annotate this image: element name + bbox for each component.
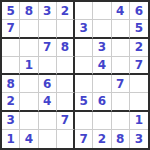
given-digit: 8 (61, 40, 69, 54)
cell-r2c8-given[interactable]: 5 (130, 20, 148, 38)
given-digit: 4 (116, 4, 124, 18)
cell-r1c4-given[interactable]: 2 (57, 2, 75, 20)
cell-r2c5-given[interactable]: 3 (75, 20, 93, 38)
cell-r1c8-given[interactable]: 6 (130, 2, 148, 20)
cell-r4c4-empty[interactable] (57, 57, 75, 75)
cell-r2c2-empty[interactable] (20, 20, 38, 38)
cell-r7c8-given[interactable]: 1 (130, 112, 148, 130)
cell-r4c6-given[interactable]: 4 (93, 57, 111, 75)
cell-r6c8-empty[interactable] (130, 93, 148, 111)
given-digit: 2 (135, 40, 143, 54)
cell-r6c4-empty[interactable] (57, 93, 75, 111)
given-digit: 7 (79, 132, 87, 146)
cell-r6c1-given[interactable]: 2 (2, 93, 20, 111)
cell-r2c3-empty[interactable] (39, 20, 57, 38)
cell-r6c3-given[interactable]: 4 (39, 93, 57, 111)
given-digit: 6 (98, 94, 106, 108)
cell-r5c8-empty[interactable] (130, 75, 148, 93)
cell-r7c6-empty[interactable] (93, 112, 111, 130)
cell-r3c4-given[interactable]: 8 (57, 39, 75, 57)
cell-r3c5-empty[interactable] (75, 39, 93, 57)
cell-r8c4-empty[interactable] (57, 130, 75, 148)
given-digit: 4 (98, 58, 106, 72)
cell-r5c5-empty[interactable] (75, 75, 93, 93)
given-digit: 1 (6, 132, 14, 146)
given-digit: 3 (79, 21, 87, 35)
cell-r5c6-empty[interactable] (93, 75, 111, 93)
given-digit: 7 (43, 40, 51, 54)
given-digit: 8 (116, 132, 124, 146)
cell-r5c4-empty[interactable] (57, 75, 75, 93)
cell-r5c7-given[interactable]: 7 (112, 75, 130, 93)
cell-r4c7-empty[interactable] (112, 57, 130, 75)
given-digit: 7 (116, 77, 124, 91)
cell-r7c2-empty[interactable] (20, 112, 38, 130)
given-digit: 8 (25, 4, 33, 18)
cell-r5c2-empty[interactable] (20, 75, 38, 93)
given-digit: 7 (61, 113, 69, 127)
cell-r2c4-empty[interactable] (57, 20, 75, 38)
cell-r4c3-empty[interactable] (39, 57, 57, 75)
given-digit: 3 (6, 113, 14, 127)
sudoku-board: 58324673578321478672456371147283 (0, 0, 150, 150)
cell-r4c1-empty[interactable] (2, 57, 20, 75)
cell-r1c3-given[interactable]: 3 (39, 2, 57, 20)
given-digit: 5 (6, 4, 14, 18)
cell-r8c7-given[interactable]: 8 (112, 130, 130, 148)
given-digit: 1 (25, 58, 33, 72)
cell-r2c1-given[interactable]: 7 (2, 20, 20, 38)
given-digit: 3 (135, 132, 143, 146)
cell-r8c6-given[interactable]: 2 (93, 130, 111, 148)
given-digit: 5 (79, 94, 87, 108)
cell-r8c1-given[interactable]: 1 (2, 130, 20, 148)
cell-r1c5-empty[interactable] (75, 2, 93, 20)
cell-r3c1-empty[interactable] (2, 39, 20, 57)
cell-r6c5-given[interactable]: 5 (75, 93, 93, 111)
cell-r4c8-given[interactable]: 7 (130, 57, 148, 75)
cell-r5c3-given[interactable]: 6 (39, 75, 57, 93)
cell-r7c1-given[interactable]: 3 (2, 112, 20, 130)
cell-r3c3-given[interactable]: 7 (39, 39, 57, 57)
cell-r7c4-given[interactable]: 7 (57, 112, 75, 130)
given-digit: 2 (98, 132, 106, 146)
cell-r3c2-empty[interactable] (20, 39, 38, 57)
given-digit: 1 (135, 113, 143, 127)
given-digit: 4 (25, 132, 33, 146)
given-digit: 5 (135, 21, 143, 35)
given-digit: 8 (6, 77, 14, 91)
cell-r4c5-empty[interactable] (75, 57, 93, 75)
cell-r4c2-given[interactable]: 1 (20, 57, 38, 75)
given-digit: 6 (43, 77, 51, 91)
cell-r8c2-given[interactable]: 4 (20, 130, 38, 148)
cell-r6c7-empty[interactable] (112, 93, 130, 111)
cell-r7c7-empty[interactable] (112, 112, 130, 130)
given-digit: 7 (6, 21, 14, 35)
cell-r8c5-given[interactable]: 7 (75, 130, 93, 148)
cell-r1c7-given[interactable]: 4 (112, 2, 130, 20)
cell-r8c3-empty[interactable] (39, 130, 57, 148)
cell-r1c6-empty[interactable] (93, 2, 111, 20)
cell-r3c6-given[interactable]: 3 (93, 39, 111, 57)
given-digit: 6 (135, 4, 143, 18)
cell-r3c7-empty[interactable] (112, 39, 130, 57)
cell-r3c8-given[interactable]: 2 (130, 39, 148, 57)
cell-r2c6-empty[interactable] (93, 20, 111, 38)
given-digit: 3 (43, 4, 51, 18)
cell-r6c2-empty[interactable] (20, 93, 38, 111)
cell-r1c1-given[interactable]: 5 (2, 2, 20, 20)
given-digit: 7 (135, 58, 143, 72)
given-digit: 2 (61, 4, 69, 18)
cell-r8c8-given[interactable]: 3 (130, 130, 148, 148)
cell-r5c1-given[interactable]: 8 (2, 75, 20, 93)
cell-r7c5-empty[interactable] (75, 112, 93, 130)
given-digit: 2 (6, 94, 14, 108)
given-digit: 4 (43, 94, 51, 108)
cell-r6c6-given[interactable]: 6 (93, 93, 111, 111)
cell-r1c2-given[interactable]: 8 (20, 2, 38, 20)
cell-r2c7-empty[interactable] (112, 20, 130, 38)
given-digit: 3 (98, 40, 106, 54)
cell-r7c3-empty[interactable] (39, 112, 57, 130)
